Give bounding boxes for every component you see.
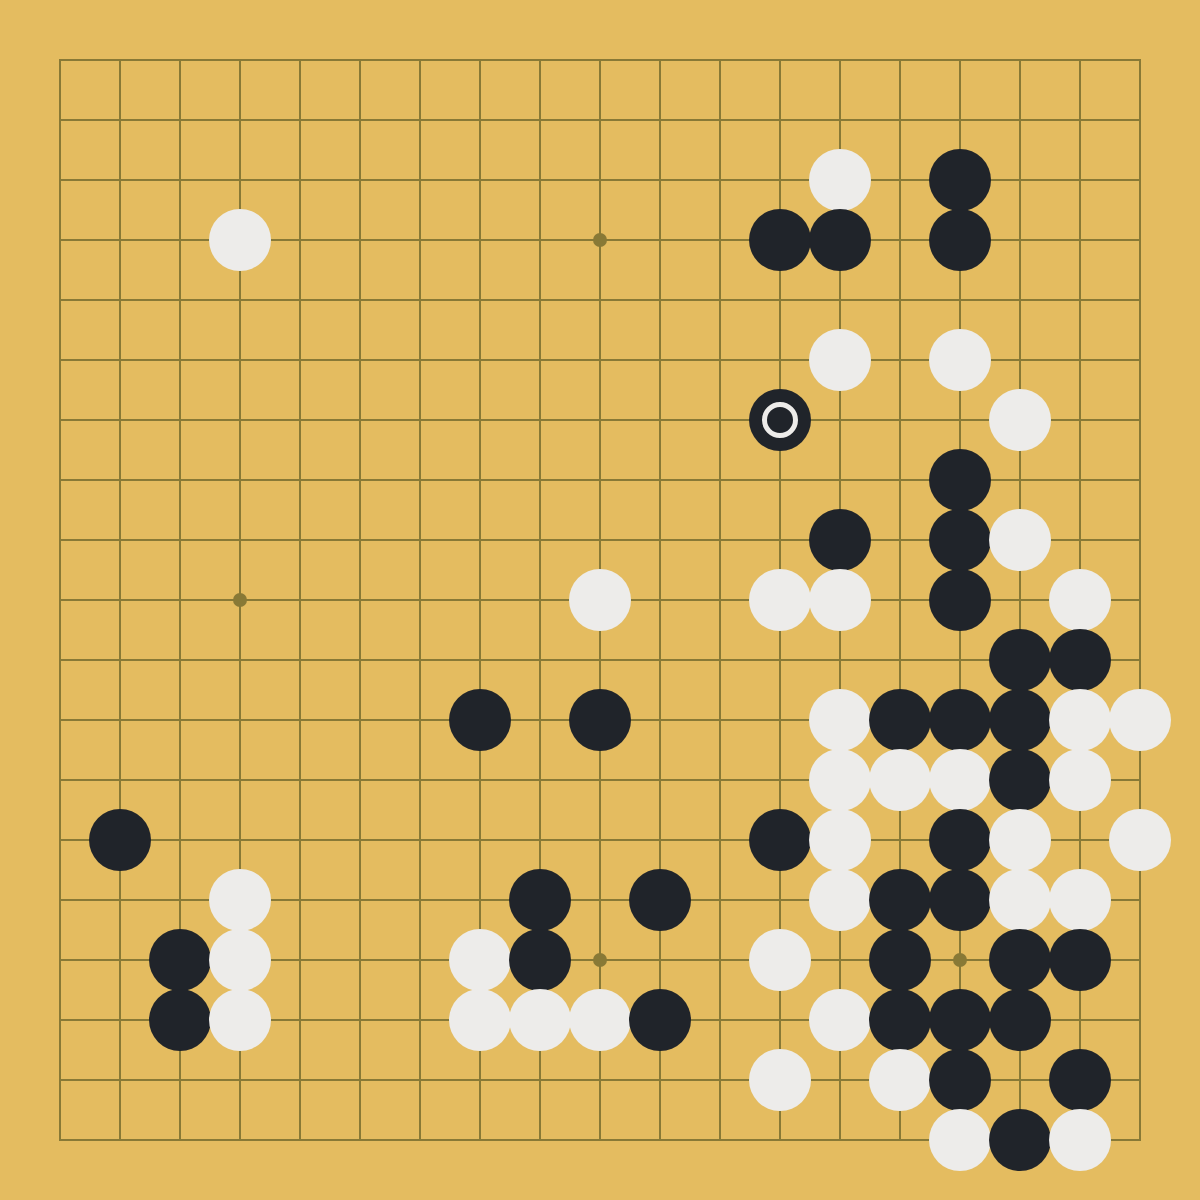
black-stone (929, 989, 991, 1051)
white-stone (869, 1049, 931, 1111)
black-stone (149, 929, 211, 991)
white-stone (869, 749, 931, 811)
black-stone (989, 689, 1051, 751)
black-stone (89, 809, 151, 871)
black-stone (1049, 629, 1111, 691)
white-stone (569, 569, 631, 631)
black-stone (629, 869, 691, 931)
black-stone (509, 929, 571, 991)
grid-line-horizontal (59, 659, 1141, 661)
star-point (953, 953, 967, 967)
black-stone (929, 809, 991, 871)
white-stone (809, 689, 871, 751)
black-stone (929, 1049, 991, 1111)
black-stone (1049, 929, 1111, 991)
black-stone (749, 209, 811, 271)
black-stone (989, 749, 1051, 811)
white-stone (809, 989, 871, 1051)
white-stone (989, 509, 1051, 571)
black-stone (929, 569, 991, 631)
black-stone (1049, 1049, 1111, 1111)
star-point (593, 953, 607, 967)
black-stone (989, 629, 1051, 691)
black-stone (449, 689, 511, 751)
black-stone (869, 869, 931, 931)
black-stone (929, 869, 991, 931)
white-stone (989, 389, 1051, 451)
white-stone (209, 209, 271, 271)
white-stone (989, 869, 1051, 931)
black-stone (869, 929, 931, 991)
black-stone (629, 989, 691, 1051)
black-stone (749, 809, 811, 871)
star-point (593, 233, 607, 247)
white-stone (209, 989, 271, 1051)
white-stone (1049, 569, 1111, 631)
black-stone (569, 689, 631, 751)
white-stone (1109, 809, 1171, 871)
white-stone (809, 329, 871, 391)
white-stone (209, 929, 271, 991)
white-stone (809, 869, 871, 931)
white-stone (1049, 869, 1111, 931)
white-stone (749, 569, 811, 631)
black-stone (989, 989, 1051, 1051)
white-stone (509, 989, 571, 1051)
black-stone (989, 1109, 1051, 1171)
white-stone (449, 929, 511, 991)
black-stone (929, 209, 991, 271)
black-stone (509, 869, 571, 931)
grid-line-vertical (1139, 59, 1141, 1141)
white-stone (929, 1109, 991, 1171)
black-stone (929, 509, 991, 571)
grid-line-vertical (719, 59, 721, 1141)
white-stone (209, 869, 271, 931)
black-stone (929, 689, 991, 751)
black-stone (809, 209, 871, 271)
white-stone (809, 749, 871, 811)
white-stone (449, 989, 511, 1051)
white-stone (989, 809, 1051, 871)
black-stone (929, 149, 991, 211)
black-stone (989, 929, 1051, 991)
black-stone (869, 989, 931, 1051)
white-stone (569, 989, 631, 1051)
white-stone (929, 749, 991, 811)
white-stone (809, 149, 871, 211)
star-point (233, 593, 247, 607)
white-stone (809, 569, 871, 631)
white-stone (929, 329, 991, 391)
white-stone (1049, 689, 1111, 751)
black-stone (149, 989, 211, 1051)
white-stone (1049, 749, 1111, 811)
grid-line-vertical (659, 59, 661, 1141)
black-stone (809, 509, 871, 571)
last-move-marker (762, 402, 798, 438)
go-board[interactable] (0, 0, 1200, 1200)
white-stone (749, 929, 811, 991)
white-stone (1109, 689, 1171, 751)
black-stone (869, 689, 931, 751)
white-stone (1049, 1109, 1111, 1171)
black-stone (929, 449, 991, 511)
white-stone (749, 1049, 811, 1111)
white-stone (809, 809, 871, 871)
